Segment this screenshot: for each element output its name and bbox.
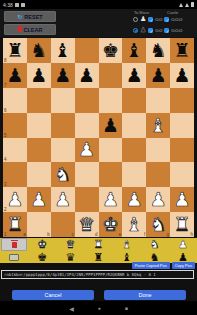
square-h5[interactable] xyxy=(170,113,194,138)
white-pawn-icon: ♟ xyxy=(140,16,146,23)
square-f7[interactable]: ♟ xyxy=(122,63,146,88)
square-c6[interactable] xyxy=(51,88,75,113)
square-e8[interactable]: ♚ xyxy=(99,38,123,63)
to-move-radio-black[interactable] xyxy=(133,28,138,33)
white-king-icon: ♚ xyxy=(37,239,47,250)
status-right xyxy=(179,2,194,7)
back-icon[interactable]: ◀ xyxy=(69,305,74,312)
square-d7[interactable]: ♟ xyxy=(75,63,99,88)
white-pawn: ♟ xyxy=(150,190,167,209)
selected-tool-highlight xyxy=(1,238,27,251)
square-b3[interactable] xyxy=(27,162,51,187)
square-a3[interactable]: 3 xyxy=(3,162,27,187)
square-a8[interactable]: ♜8 xyxy=(3,38,27,63)
home-icon[interactable]: ● xyxy=(98,305,101,311)
white-pawn: ♟ xyxy=(54,190,71,209)
square-b1[interactable]: b xyxy=(27,212,51,237)
square-h1[interactable]: ♜h xyxy=(170,212,194,237)
reset-button[interactable]: ↻ RESET xyxy=(4,11,56,22)
square-d8[interactable] xyxy=(75,38,99,63)
square-c2[interactable]: ♟ xyxy=(51,187,75,212)
square-b5[interactable] xyxy=(27,113,51,138)
delete-icon xyxy=(12,242,17,248)
palette-black-rook[interactable]: ♜ xyxy=(84,251,112,263)
square-f6[interactable] xyxy=(122,88,146,113)
square-f2[interactable]: ♟ xyxy=(122,187,146,212)
square-d2[interactable] xyxy=(75,187,99,212)
square-b4[interactable] xyxy=(27,138,51,163)
file-label: f xyxy=(144,232,145,237)
black-rook-icon: ♜ xyxy=(94,252,104,263)
palette-delete-tool[interactable] xyxy=(0,238,28,251)
black-pawn: ♟ xyxy=(126,66,143,85)
status-left: 4:38 xyxy=(3,2,25,8)
square-g3[interactable] xyxy=(146,162,170,187)
square-a2[interactable]: ♟2 xyxy=(3,187,27,212)
clear-button-label: CLEAR xyxy=(24,27,43,33)
white-queen: ♛ xyxy=(78,215,95,234)
white-pawn: ♟ xyxy=(102,190,119,209)
file-label: e xyxy=(119,232,122,237)
palette-white-king[interactable]: ♚ xyxy=(28,238,56,251)
square-d3[interactable] xyxy=(75,162,99,187)
editor-toolbar: ↻ RESET CLEAR To Move Castle ♟ O-O O-O-O… xyxy=(0,9,197,37)
android-nav-bar: ◀ ● ■ xyxy=(0,301,197,315)
screen: 4:38 ↻ RESET CLEAR To Move Castle ♟ xyxy=(0,0,197,315)
recents-icon[interactable]: ■ xyxy=(125,305,128,311)
square-a7[interactable]: ♟7 xyxy=(3,63,27,88)
fen-input[interactable] xyxy=(1,270,194,279)
black-king: ♚ xyxy=(102,41,119,60)
signal-icon xyxy=(185,3,189,7)
white-pawn-icon: ♟ xyxy=(178,239,188,250)
castle-checkbox-white-long[interactable] xyxy=(164,17,169,22)
square-c5[interactable] xyxy=(51,113,75,138)
square-d4[interactable]: ♟ xyxy=(75,138,99,163)
paste-position-button[interactable]: Paste Copied Pos xyxy=(132,262,170,269)
square-a5[interactable]: 5 xyxy=(3,113,27,138)
square-c7[interactable]: ♟ xyxy=(51,63,75,88)
square-e7[interactable] xyxy=(99,63,123,88)
reset-button-label: RESET xyxy=(24,14,42,20)
square-h8[interactable]: ♜ xyxy=(170,38,194,63)
black-knight: ♞ xyxy=(30,41,47,60)
white-pawn: ♟ xyxy=(78,140,95,159)
castle-short-label: O-O xyxy=(155,28,162,33)
palette-black-queen[interactable]: ♛ xyxy=(56,251,84,263)
palette-white-rook[interactable]: ♜ xyxy=(84,238,112,251)
notification-icon xyxy=(15,3,19,7)
copy-position-button[interactable]: Copy Pos xyxy=(172,262,195,269)
white-pawn: ♟ xyxy=(6,190,23,209)
reset-icon: ↻ xyxy=(17,14,22,20)
square-f4[interactable] xyxy=(122,138,146,163)
file-label: b xyxy=(47,232,50,237)
white-bishop: ♝ xyxy=(126,215,143,234)
square-g2[interactable]: ♟ xyxy=(146,187,170,212)
board: ♜8♞♝♚♝♞♜♟7♟♟♟♟♟♟65♟♝4♟3♞♟2♟♟♟♟♟♟♜1abc♛d♚… xyxy=(3,38,194,237)
black-pawn-icon: ♟ xyxy=(140,27,146,34)
white-rook: ♜ xyxy=(6,215,23,234)
square-b6[interactable] xyxy=(27,88,51,113)
palette-white-bishop[interactable]: ♝ xyxy=(113,238,141,251)
square-e1[interactable]: ♚e xyxy=(99,212,123,237)
square-g8[interactable]: ♞ xyxy=(146,38,170,63)
file-label: c xyxy=(71,232,73,237)
palette-white-knight[interactable]: ♞ xyxy=(141,238,169,251)
black-pawn: ♟ xyxy=(78,66,95,85)
square-e5[interactable]: ♟ xyxy=(99,113,123,138)
eraser-icon xyxy=(9,254,19,261)
black-pawn: ♟ xyxy=(150,66,167,85)
square-g6[interactable] xyxy=(146,88,170,113)
square-d1[interactable]: ♛d xyxy=(75,212,99,237)
white-bishop-icon: ♝ xyxy=(122,239,132,250)
rank-label: 1 xyxy=(4,232,7,237)
to-move-radio-white[interactable] xyxy=(133,17,138,22)
black-pawn: ♟ xyxy=(54,66,71,85)
battery-icon xyxy=(191,2,194,7)
square-h4[interactable] xyxy=(170,138,194,163)
black-knight-icon: ♞ xyxy=(150,252,160,263)
square-g5[interactable]: ♝ xyxy=(146,113,170,138)
white-rook: ♜ xyxy=(174,215,191,234)
file-label: d xyxy=(95,232,98,237)
square-c1[interactable]: c xyxy=(51,212,75,237)
black-bishop-icon: ♝ xyxy=(122,252,132,263)
palette-black-king[interactable]: ♚ xyxy=(28,251,56,263)
done-button[interactable]: Done xyxy=(104,290,186,300)
square-d5[interactable] xyxy=(75,113,99,138)
square-c4[interactable] xyxy=(51,138,75,163)
position-actions: Paste Copied Pos Copy Pos xyxy=(132,262,195,269)
square-g4[interactable] xyxy=(146,138,170,163)
white-to-move-row: ♟ O-O O-O-O xyxy=(133,15,195,24)
square-g7[interactable]: ♟ xyxy=(146,63,170,88)
file-label: h xyxy=(190,232,193,237)
white-pawn: ♟ xyxy=(126,190,143,209)
palette-white-queen[interactable]: ♛ xyxy=(56,238,84,251)
piece-palette: ♚♛♜♝♞♟♚♛♜♝♞♟ xyxy=(0,238,197,263)
black-pawn: ♟ xyxy=(6,66,23,85)
to-move-castle-block: To Move Castle ♟ O-O O-O-O ♟ O-O O-O-O xyxy=(133,10,195,36)
castle-checkbox-white-short[interactable] xyxy=(148,17,153,22)
file-label: g xyxy=(167,232,170,237)
square-f5[interactable] xyxy=(122,113,146,138)
castle-checkbox-black-short[interactable] xyxy=(148,28,153,33)
square-a1[interactable]: ♜1a xyxy=(3,212,27,237)
castle-long-label: O-O-O xyxy=(171,17,182,22)
square-e2[interactable]: ♟ xyxy=(99,187,123,212)
square-c8[interactable]: ♝ xyxy=(51,38,75,63)
square-a6[interactable]: 6 xyxy=(3,88,27,113)
black-to-move-row: ♟ O-O O-O-O xyxy=(133,26,195,35)
square-e3[interactable] xyxy=(99,162,123,187)
square-h2[interactable]: ♟ xyxy=(170,187,194,212)
clock-text: 4:38 xyxy=(3,2,13,8)
black-pawn-icon: ♟ xyxy=(178,252,188,263)
white-pawn: ♟ xyxy=(174,190,191,209)
square-f1[interactable]: ♝f xyxy=(122,212,146,237)
wifi-icon xyxy=(179,3,183,7)
white-rook-icon: ♜ xyxy=(94,239,104,250)
black-queen-icon: ♛ xyxy=(65,252,75,263)
square-h3[interactable] xyxy=(170,162,194,187)
square-b8[interactable]: ♞ xyxy=(27,38,51,63)
square-d6[interactable] xyxy=(75,88,99,113)
status-bar: 4:38 xyxy=(0,0,197,9)
square-e6[interactable] xyxy=(99,88,123,113)
square-e4[interactable] xyxy=(99,138,123,163)
square-f3[interactable] xyxy=(122,162,146,187)
square-g1[interactable]: ♞g xyxy=(146,212,170,237)
cancel-button[interactable]: Cancel xyxy=(12,290,94,300)
castle-short-label: O-O xyxy=(155,17,162,22)
square-b7[interactable]: ♟ xyxy=(27,63,51,88)
white-bishop: ♝ xyxy=(150,116,167,135)
black-bishop: ♝ xyxy=(54,41,71,60)
square-a4[interactable]: 4 xyxy=(3,138,27,163)
square-b2[interactable]: ♟ xyxy=(27,187,51,212)
square-f8[interactable]: ♝ xyxy=(122,38,146,63)
file-label: a xyxy=(23,232,26,237)
black-bishop: ♝ xyxy=(126,41,143,60)
white-pawn: ♟ xyxy=(30,190,47,209)
black-pawn: ♟ xyxy=(174,66,191,85)
clear-button[interactable]: CLEAR xyxy=(4,24,56,35)
black-rook: ♜ xyxy=(6,41,23,60)
black-pawn: ♟ xyxy=(30,66,47,85)
notification-icon xyxy=(21,3,25,7)
black-knight: ♞ xyxy=(150,41,167,60)
white-queen-icon: ♛ xyxy=(65,239,75,250)
square-h6[interactable] xyxy=(170,88,194,113)
square-c3[interactable]: ♞ xyxy=(51,162,75,187)
white-king: ♚ xyxy=(102,215,119,234)
palette-eraser-tool[interactable] xyxy=(0,251,28,263)
black-king-icon: ♚ xyxy=(37,252,47,263)
white-knight: ♞ xyxy=(54,165,71,184)
white-knight-icon: ♞ xyxy=(150,239,160,250)
palette-white-pawn[interactable]: ♟ xyxy=(169,238,197,251)
castle-long-label: O-O-O xyxy=(171,28,182,33)
castle-checkbox-black-long[interactable] xyxy=(164,28,169,33)
white-knight: ♞ xyxy=(150,215,167,234)
trash-icon xyxy=(18,27,22,32)
black-pawn: ♟ xyxy=(102,116,119,135)
square-h7[interactable]: ♟ xyxy=(170,63,194,88)
black-rook: ♜ xyxy=(174,41,191,60)
